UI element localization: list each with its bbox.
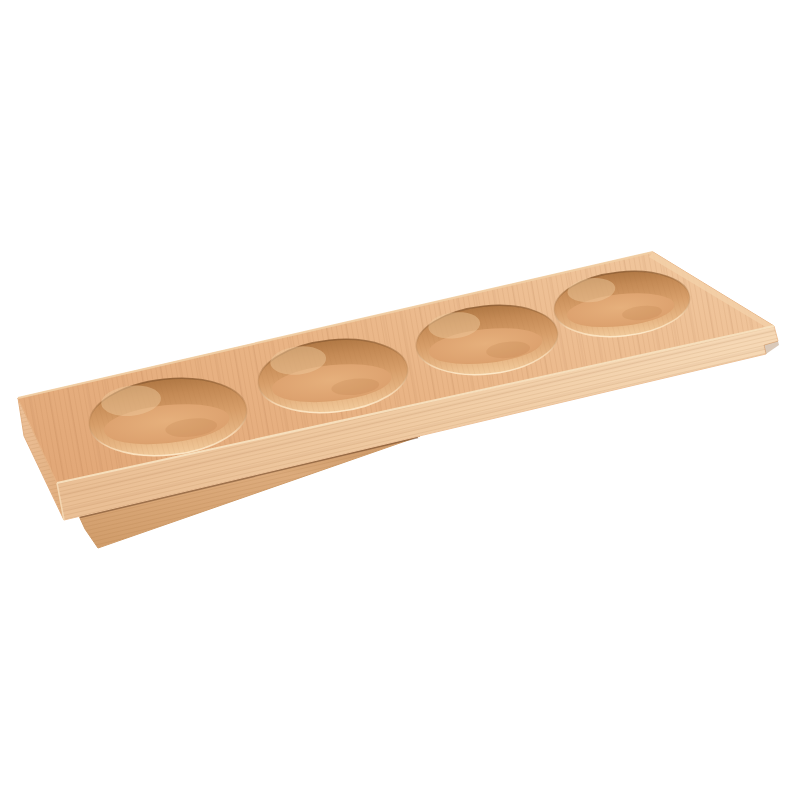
product-photo-scene — [0, 0, 800, 800]
